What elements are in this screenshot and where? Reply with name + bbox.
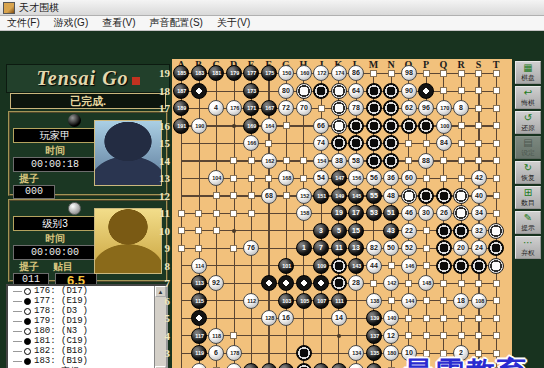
black-stone-43-N10[interactable]: 43 [383,223,399,239]
white-stone-30-P11[interactable]: 30 [418,205,434,221]
black-stone-marked-J7[interactable] [313,275,329,291]
black-stone-113-B7[interactable]: 113 [191,275,207,291]
white-stone-100-Q16[interactable]: 100 [436,118,452,134]
move-number: 109 [317,262,325,270]
black-stone-149-K12[interactable]: 149 [331,188,347,204]
move-number: 3 [316,226,326,236]
white-stone-H18[interactable] [296,83,312,99]
column-label-R: R [453,59,469,70]
move-list-item[interactable]: 182: (B18) [8,346,166,356]
logo-seal-icon [132,77,140,85]
white-komi-label: 贴目 [53,260,73,273]
black-stone-117-B4[interactable]: 117 [191,328,207,344]
white-territory-marker-T6 [493,297,500,304]
white-stone-32-S10[interactable]: 32 [471,223,487,239]
black-stone-Q8[interactable] [436,258,452,274]
black-stone-119-B3[interactable]: 119 [191,345,207,361]
black-stone-N15[interactable] [383,135,399,151]
move-number: 177 [247,69,255,77]
move-number: 146 [405,262,413,270]
white-stone-84-Q15[interactable]: 84 [436,135,452,151]
white-stone-82-M9[interactable]: 82 [366,240,382,256]
white-territory-marker-G14 [283,157,290,164]
tree-dash [13,341,22,342]
white-territory-marker-P6 [423,297,430,304]
black-stone-H3[interactable] [296,345,312,361]
black-stone-M16[interactable] [366,118,382,134]
white-stone-190-B16[interactable]: 190 [191,118,207,134]
black-stone-111-K6[interactable]: 111 [331,293,347,309]
black-stone-L15[interactable] [348,135,364,151]
white-stone-160-H19[interactable]: 160 [296,65,312,81]
toolbar-button-pass[interactable]: ⋯弃权 [515,236,541,259]
white-stone-68-F12[interactable]: 68 [261,188,277,204]
black-stone-103-G6[interactable]: 103 [278,293,294,309]
toolbar-button-settings[interactable]: ▤设定 [515,136,541,159]
white-stone-72-G17[interactable]: 72 [278,100,294,116]
black-stone-55-M12[interactable]: 55 [366,188,382,204]
move-number: 64 [351,86,361,96]
pass-label: 弃权 [518,249,538,257]
white-territory-marker-O14 [405,157,412,164]
white-territory-marker-O7 [405,280,412,287]
white-stone-60-O13[interactable]: 60 [401,170,417,186]
black-stone-P16[interactable] [418,118,434,134]
row-label-3: 3 [150,347,170,359]
move-number: 40 [474,191,484,201]
black-stone-R10[interactable] [453,223,469,239]
black-stone-169-E16[interactable]: 169 [243,118,259,134]
black-stone-177-E19[interactable]: 177 [243,65,259,81]
white-territory-marker-P4 [423,332,430,339]
black-stone-105-H6[interactable]: 105 [296,293,312,309]
row-label-4: 4 [150,330,170,342]
toolbar-button-count[interactable]: ⊞数目 [515,186,541,209]
white-stone-16-G5[interactable]: 16 [278,310,294,326]
white-territory-marker-P9 [423,245,430,252]
row-label-17: 17 [150,102,170,114]
white-stone-28-L7[interactable]: 28 [348,275,364,291]
move-number: 185 [177,69,185,77]
white-stone-58-L14[interactable]: 58 [348,153,364,169]
white-territory-marker-T11 [493,210,500,217]
white-stone-48-N12[interactable]: 48 [383,188,399,204]
black-stone-145-L12[interactable]: 145 [348,188,364,204]
black-stone-53-M11[interactable]: 53 [366,205,382,221]
white-stone-88-P14[interactable]: 88 [418,153,434,169]
white-stone-R12[interactable] [453,188,469,204]
black-stone-3-J10[interactable]: 3 [313,223,329,239]
white-stone-142-N7[interactable]: 142 [383,275,399,291]
black-stone-marked-B18[interactable] [191,83,207,99]
restore-label: 恢复 [518,174,538,182]
black-stone-marked-G7[interactable] [278,275,294,291]
white-territory-marker-R19 [458,70,465,77]
white-stone-98-O19[interactable]: 98 [401,65,417,81]
move-number: 54 [316,173,326,183]
white-territory-marker-B10 [195,227,202,234]
black-stone-181-C19[interactable]: 181 [208,65,224,81]
app-icon [3,2,15,14]
black-stone-marked-H7[interactable] [296,275,312,291]
white-territory-marker-R14 [458,157,465,164]
move-number: 13 [351,243,361,253]
black-stone-Q12[interactable] [436,188,452,204]
move-number: 113 [195,279,203,287]
black-stone-135-M3[interactable]: 135 [366,345,382,361]
white-stone-52-O9[interactable]: 52 [401,240,417,256]
black-stone-191-A16[interactable]: 191 [173,118,189,134]
white-stone-T10[interactable] [488,223,504,239]
white-territory-marker-P19 [423,70,430,77]
move-number: 144 [405,297,413,305]
black-stone-151-J12[interactable]: 151 [313,188,329,204]
black-stone-143-L8[interactable]: 143 [348,258,364,274]
white-territory-marker-P5 [423,315,430,322]
row-label-16: 16 [150,120,170,132]
white-stone-118-C4[interactable]: 118 [208,328,224,344]
black-stone-M17[interactable] [366,100,382,116]
black-stone-13-L9[interactable]: 13 [348,240,364,256]
black-stone-183-B19[interactable]: 183 [191,65,207,81]
black-stone-115-B6[interactable]: 115 [191,293,207,309]
white-territory-marker-C11 [213,210,220,217]
move-list-item[interactable]: 178: (D3 ) [8,306,166,316]
black-stone-171-E17[interactable]: 171 [243,100,259,116]
move-number: 5 [334,226,344,236]
white-territory-marker-D9 [230,245,237,252]
white-territory-marker-P15 [423,140,430,147]
black-stone-M15[interactable] [366,135,382,151]
white-stone-138-M6[interactable]: 138 [366,293,382,309]
move-number: 160 [300,69,308,77]
white-stone-4-C17[interactable]: 4 [208,100,224,116]
hoshi-point-D16[interactable] [232,124,236,128]
white-stone-26-Q11[interactable]: 26 [436,205,452,221]
move-number: 118 [212,332,220,340]
white-territory-marker-D4 [230,332,237,339]
white-stone-180-N3[interactable]: 180 [383,345,399,361]
white-stone-K18[interactable] [331,83,347,99]
black-stone-15-L10[interactable]: 15 [348,223,364,239]
white-stone-144-O6[interactable]: 144 [401,293,417,309]
toolbar-button-undo[interactable]: ↩悔棋 [515,86,541,109]
black-move-icon [24,318,31,325]
move-number: 119 [195,349,203,357]
move-list-item[interactable]: 176: (D17) [8,286,166,296]
white-stone-38-K14[interactable]: 38 [331,153,347,169]
pass-icon: ⋯ [516,237,540,248]
move-number: 169 [247,122,255,130]
white-stone-176-D17[interactable]: 176 [226,100,242,116]
move-number: 111 [335,297,343,305]
move-list-item[interactable]: 181: (C19) [8,336,166,346]
move-number: 152 [300,192,308,200]
white-stone-178-D3[interactable]: 178 [226,345,242,361]
move-number: 84 [439,138,449,148]
black-stone-179-D19[interactable]: 179 [226,65,242,81]
white-stone-54-J13[interactable]: 54 [313,170,329,186]
move-text: 180: (N3 ) [34,326,88,336]
black-stone-Q9[interactable] [436,240,452,256]
white-stone-14-K5[interactable]: 14 [331,310,347,326]
white-stone-62-O17[interactable]: 62 [401,100,417,116]
black-stone-147-K13[interactable]: 147 [331,170,347,186]
black-stone-7-J9[interactable]: 7 [313,240,329,256]
white-stone-70-H17[interactable]: 70 [296,100,312,116]
white-territory-marker-T17 [493,105,500,112]
white-stone-152-H12[interactable]: 152 [296,188,312,204]
white-stone-18-R6[interactable]: 18 [453,293,469,309]
white-stone-86-L19[interactable]: 86 [348,65,364,81]
white-stone-170-Q17[interactable]: 170 [436,100,452,116]
move-list-item[interactable]: 177: (E19) [8,296,166,306]
logo-text: Tensai Go [36,67,128,89]
black-stone-167-F17[interactable]: 167 [261,100,277,116]
column-label-Q: Q [436,59,452,70]
black-stone-M18[interactable] [366,83,382,99]
white-stone-158-H11[interactable]: 158 [296,205,312,221]
board-icon: ▦ [516,62,540,73]
move-number: 70 [299,103,309,113]
row-label-13: 13 [150,172,170,184]
move-number: 58 [351,156,361,166]
white-stone-134-L3[interactable]: 134 [348,345,364,361]
white-player-panel: 级别3 时间 00:00:00 提子 贴目 011 6.5 [8,199,168,282]
white-stone-154-J14[interactable]: 154 [313,153,329,169]
white-stone-64-L18[interactable]: 64 [348,83,364,99]
black-stone-R8[interactable] [453,258,469,274]
move-number: 86 [351,68,361,78]
white-stone-T8[interactable] [488,258,504,274]
move-number: 11 [334,243,344,253]
black-stone-T9[interactable] [488,240,504,256]
move-number: 32 [474,226,484,236]
black-stone-173-E18[interactable]: 173 [243,83,259,99]
row-label-2: 2 [150,365,170,368]
move-number: 22 [404,226,414,236]
white-stone-168-G13[interactable]: 168 [278,170,294,186]
black-stone-101-G8[interactable]: 101 [278,258,294,274]
white-move-icon [24,288,31,295]
white-territory-marker-H14 [300,157,307,164]
toolbar-button-hint[interactable]: ✎提示 [515,211,541,234]
black-stone-189-A17[interactable]: 189 [173,100,189,116]
white-stone-112-E6[interactable]: 112 [243,293,259,309]
white-territory-marker-P8 [423,262,430,269]
white-territory-marker-O4 [405,332,412,339]
black-stone-P12[interactable] [418,188,434,204]
white-stone-40-S12[interactable]: 40 [471,188,487,204]
count-icon: ⊞ [516,187,540,198]
black-stone-O16[interactable] [401,118,417,134]
white-territory-marker-R5 [458,315,465,322]
move-number: 42 [474,173,484,183]
white-stone-156-L13[interactable]: 156 [348,170,364,186]
white-stone-6-C3[interactable]: 6 [208,345,224,361]
white-stone-108-S6[interactable]: 108 [471,293,487,309]
move-number: 90 [404,86,414,96]
move-number: 98 [404,68,414,78]
white-stone-104-C13[interactable]: 104 [208,170,224,186]
white-stone-44-M8[interactable]: 44 [366,258,382,274]
move-number: 51 [386,208,396,218]
black-stone-175-F19[interactable]: 175 [261,65,277,81]
black-stone-187-A18[interactable]: 187 [173,83,189,99]
black-stone-137-M4[interactable]: 137 [366,328,382,344]
hoshi-point-D10[interactable] [232,229,236,233]
move-number: 117 [195,332,203,340]
move-number: 15 [351,226,361,236]
white-stone-46-O11[interactable]: 46 [401,205,417,221]
white-stone-56-M13[interactable]: 56 [366,170,382,186]
white-stone-140-N5[interactable]: 140 [383,310,399,326]
black-stone-marked-P18[interactable] [418,83,434,99]
move-number: 36 [386,173,396,183]
black-stone-N17[interactable] [383,100,399,116]
white-stone-114-B8[interactable]: 114 [191,258,207,274]
settings-label: 设定 [518,149,538,157]
white-stone-66-J16[interactable]: 66 [313,118,329,134]
white-stone-K16[interactable] [331,118,347,134]
white-stone-R11[interactable] [453,205,469,221]
black-stone-K7[interactable] [331,275,347,291]
move-number: 151 [317,192,325,200]
move-number: 154 [317,157,325,165]
move-number: 6 [211,348,221,358]
white-move-icon [24,308,31,315]
menu-item[interactable]: 声音配置(S) [143,16,210,30]
white-stone-146-O8[interactable]: 146 [401,258,417,274]
hoshi-point-K4[interactable] [337,334,341,338]
move-list[interactable]: 176: (D17)177: (E19)178: (D3 )179: (D19)… [6,284,168,368]
black-stone-marked-B5[interactable] [191,310,207,326]
menu-item[interactable]: 关于(V) [210,16,257,30]
menu-item[interactable]: 游戏(G) [47,16,95,30]
white-stone-74-J15[interactable]: 74 [313,135,329,151]
black-stone-185-A19[interactable]: 185 [173,65,189,81]
tree-dash [13,321,22,322]
white-stone-166-E15[interactable]: 166 [243,135,259,151]
white-stone-22-O10[interactable]: 22 [401,223,417,239]
white-stone-34-S11[interactable]: 34 [471,205,487,221]
move-number: 53 [369,208,379,218]
row-label-9: 9 [150,242,170,254]
move-number: 26 [439,208,449,218]
go-board[interactable]: ABCDEFGHJKLMNOPQRST185183181179177175150… [172,59,512,368]
white-stone-172-J19[interactable]: 172 [313,65,329,81]
white-stone-92-C7[interactable]: 92 [208,275,224,291]
black-stone-N16[interactable] [383,118,399,134]
white-stone-174-K19[interactable]: 174 [331,65,347,81]
black-stone-1-H9[interactable]: 1 [296,240,312,256]
row-label-15: 15 [150,137,170,149]
white-stone-20-R9[interactable]: 20 [453,240,469,256]
move-number: 4 [211,103,221,113]
move-list-item[interactable]: 180: (N3 ) [8,326,166,336]
white-territory-marker-E11 [248,210,255,217]
white-stone-164-F16[interactable]: 164 [261,118,277,134]
white-stone-90-O18[interactable]: 90 [401,83,417,99]
black-stone-K8[interactable] [331,258,347,274]
black-stone-M14[interactable] [366,153,382,169]
white-stone-148-P7[interactable]: 148 [418,275,434,291]
white-stone-150-G19[interactable]: 150 [278,65,294,81]
black-stone-S8[interactable] [471,258,487,274]
row-label-6: 6 [150,295,170,307]
white-territory-marker-M7 [370,280,377,287]
black-stone-L16[interactable] [348,118,364,134]
move-list-item[interactable]: 179: (D19) [8,316,166,326]
black-stone-marked-F7[interactable] [261,275,277,291]
move-number: 173 [247,87,255,95]
black-stone-139-M5[interactable]: 139 [366,310,382,326]
white-stone-O12[interactable] [401,188,417,204]
move-number: 82 [369,243,379,253]
white-territory-marker-A11 [178,210,185,217]
menu-item[interactable]: 文件(F) [0,16,47,30]
black-stone-N14[interactable] [383,153,399,169]
move-number: 150 [282,69,290,77]
white-stone-80-G18[interactable]: 80 [278,83,294,99]
toolbar-button-restore[interactable]: ↻恢复 [515,161,541,184]
black-stone-107-J6[interactable]: 107 [313,293,329,309]
white-stone-8-R17[interactable]: 8 [453,100,469,116]
menu-item[interactable]: 查看(V) [95,16,142,30]
move-number: 103 [282,297,290,305]
black-stone-11-K9[interactable]: 11 [331,240,347,256]
white-territory-marker-N19 [388,70,395,77]
black-stone-109-J8[interactable]: 109 [313,258,329,274]
move-number: 62 [404,103,414,113]
move-number: 1 [299,243,309,253]
toolbar-button-redo[interactable]: ↺还原 [515,111,541,134]
black-stone-17-L11[interactable]: 17 [348,205,364,221]
move-number: 12 [386,331,396,341]
black-stone-N18[interactable] [383,83,399,99]
toolbar-button-board[interactable]: ▦棋盘 [515,61,541,84]
white-stone-128-F5[interactable]: 128 [261,310,277,326]
black-stone-5-K10[interactable]: 5 [331,223,347,239]
white-stone-42-S13[interactable]: 42 [471,170,487,186]
tree-dash [13,361,22,362]
move-number: 80 [281,86,291,96]
black-stone-J18[interactable] [313,83,329,99]
black-stone-Q10[interactable] [436,223,452,239]
black-stone-51-N11[interactable]: 51 [383,205,399,221]
white-stone-96-P17[interactable]: 96 [418,100,434,116]
black-stone-19-K11[interactable]: 19 [331,205,347,221]
move-number: 115 [195,297,203,305]
move-number: 145 [352,192,360,200]
move-number: 134 [352,349,360,357]
move-list-item[interactable]: 183: (B19) [8,356,166,366]
white-stone-K17[interactable] [331,100,347,116]
white-stone-50-N9[interactable]: 50 [383,240,399,256]
move-number: 52 [404,243,414,253]
white-territory-marker-T12 [493,192,500,199]
white-stone-36-N13[interactable]: 36 [383,170,399,186]
move-number: 66 [316,121,326,131]
white-stone-76-E9[interactable]: 76 [243,240,259,256]
black-stone-K15[interactable] [331,135,347,151]
white-stone-78-L17[interactable]: 78 [348,100,364,116]
white-stone-12-N4[interactable]: 12 [383,328,399,344]
white-stone-24-S9[interactable]: 24 [471,240,487,256]
white-territory-marker-N8 [388,262,395,269]
move-number: 170 [440,104,448,112]
white-stone-162-F14[interactable]: 162 [261,153,277,169]
